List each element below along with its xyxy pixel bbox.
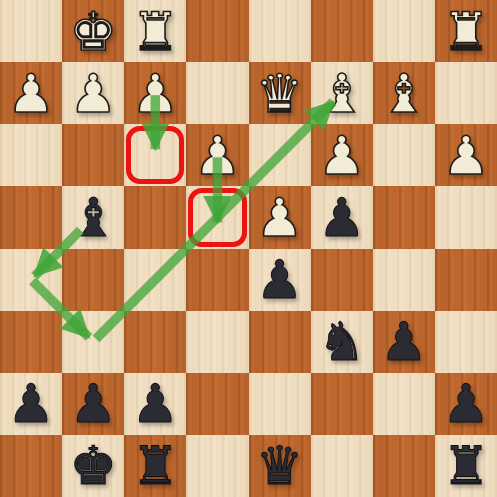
- black-king[interactable]: ♚: [69, 439, 117, 492]
- square-e7[interactable]: [186, 373, 248, 435]
- chess-board: ♚♜♜♟♟♟♛♝♝♟♟♟♝♟♟♟♞♟♟♟♟♟♚♜♛♜: [0, 0, 497, 497]
- white-bishop[interactable]: ♝: [380, 67, 428, 120]
- square-g8[interactable]: ♚: [62, 435, 124, 497]
- square-d3[interactable]: [249, 124, 311, 186]
- square-c2[interactable]: ♝: [311, 62, 373, 124]
- square-d8[interactable]: ♛: [249, 435, 311, 497]
- square-c3[interactable]: ♟: [311, 124, 373, 186]
- square-b2[interactable]: ♝: [373, 62, 435, 124]
- square-b6[interactable]: ♟: [373, 311, 435, 373]
- square-a8[interactable]: ♜: [435, 435, 497, 497]
- black-pawn[interactable]: ♟: [69, 377, 117, 430]
- square-h4[interactable]: [0, 186, 62, 248]
- black-bishop[interactable]: ♝: [69, 191, 117, 244]
- square-f4[interactable]: [124, 186, 186, 248]
- square-c5[interactable]: [311, 249, 373, 311]
- black-pawn[interactable]: ♟: [7, 377, 55, 430]
- square-g3[interactable]: [62, 124, 124, 186]
- square-f3[interactable]: [124, 124, 186, 186]
- square-g2[interactable]: ♟: [62, 62, 124, 124]
- square-e6[interactable]: [186, 311, 248, 373]
- black-pawn[interactable]: ♟: [380, 315, 428, 368]
- black-knight[interactable]: ♞: [318, 315, 366, 368]
- white-pawn[interactable]: ♟: [318, 129, 366, 182]
- square-f8[interactable]: ♜: [124, 435, 186, 497]
- white-pawn[interactable]: ♟: [442, 129, 490, 182]
- square-h8[interactable]: [0, 435, 62, 497]
- square-g6[interactable]: [62, 311, 124, 373]
- square-b3[interactable]: [373, 124, 435, 186]
- square-d5[interactable]: ♟: [249, 249, 311, 311]
- square-d1[interactable]: [249, 0, 311, 62]
- white-rook[interactable]: ♜: [132, 5, 180, 58]
- white-rook[interactable]: ♜: [442, 5, 490, 58]
- white-pawn[interactable]: ♟: [132, 67, 180, 120]
- square-c1[interactable]: [311, 0, 373, 62]
- square-a7[interactable]: ♟: [435, 373, 497, 435]
- black-pawn[interactable]: ♟: [442, 377, 490, 430]
- square-d6[interactable]: [249, 311, 311, 373]
- black-rook[interactable]: ♜: [132, 439, 180, 492]
- white-queen[interactable]: ♛: [256, 67, 304, 120]
- square-f7[interactable]: ♟: [124, 373, 186, 435]
- square-a5[interactable]: [435, 249, 497, 311]
- square-c6[interactable]: ♞: [311, 311, 373, 373]
- white-pawn[interactable]: ♟: [7, 67, 55, 120]
- black-pawn[interactable]: ♟: [256, 253, 304, 306]
- square-f5[interactable]: [124, 249, 186, 311]
- square-b8[interactable]: [373, 435, 435, 497]
- square-d7[interactable]: [249, 373, 311, 435]
- square-e4[interactable]: [186, 186, 248, 248]
- black-pawn[interactable]: ♟: [318, 191, 366, 244]
- square-c8[interactable]: [311, 435, 373, 497]
- black-rook[interactable]: ♜: [442, 439, 490, 492]
- square-e5[interactable]: [186, 249, 248, 311]
- square-b5[interactable]: [373, 249, 435, 311]
- square-h6[interactable]: [0, 311, 62, 373]
- square-c7[interactable]: [311, 373, 373, 435]
- square-a2[interactable]: [435, 62, 497, 124]
- square-h2[interactable]: ♟: [0, 62, 62, 124]
- square-g1[interactable]: ♚: [62, 0, 124, 62]
- white-pawn[interactable]: ♟: [194, 129, 242, 182]
- square-h7[interactable]: ♟: [0, 373, 62, 435]
- square-a6[interactable]: [435, 311, 497, 373]
- square-b7[interactable]: [373, 373, 435, 435]
- square-b4[interactable]: [373, 186, 435, 248]
- square-f1[interactable]: ♜: [124, 0, 186, 62]
- square-a4[interactable]: [435, 186, 497, 248]
- square-g5[interactable]: [62, 249, 124, 311]
- square-c4[interactable]: ♟: [311, 186, 373, 248]
- square-g4[interactable]: ♝: [62, 186, 124, 248]
- square-a3[interactable]: ♟: [435, 124, 497, 186]
- square-d4[interactable]: ♟: [249, 186, 311, 248]
- square-g7[interactable]: ♟: [62, 373, 124, 435]
- square-e3[interactable]: ♟: [186, 124, 248, 186]
- square-f6[interactable]: [124, 311, 186, 373]
- black-queen[interactable]: ♛: [256, 439, 304, 492]
- white-pawn[interactable]: ♟: [256, 191, 304, 244]
- square-a1[interactable]: ♜: [435, 0, 497, 62]
- square-d2[interactable]: ♛: [249, 62, 311, 124]
- white-king[interactable]: ♚: [69, 5, 117, 58]
- white-bishop[interactable]: ♝: [318, 67, 366, 120]
- square-h5[interactable]: [0, 249, 62, 311]
- square-h1[interactable]: [0, 0, 62, 62]
- black-pawn[interactable]: ♟: [132, 377, 180, 430]
- square-f2[interactable]: ♟: [124, 62, 186, 124]
- white-pawn[interactable]: ♟: [69, 67, 117, 120]
- square-h3[interactable]: [0, 124, 62, 186]
- chess-analysis-screenshot: ♚♜♜♟♟♟♛♝♝♟♟♟♝♟♟♟♞♟♟♟♟♟♚♜♛♜: [0, 0, 497, 497]
- square-e1[interactable]: [186, 0, 248, 62]
- square-b1[interactable]: [373, 0, 435, 62]
- square-e8[interactable]: [186, 435, 248, 497]
- square-e2[interactable]: [186, 62, 248, 124]
